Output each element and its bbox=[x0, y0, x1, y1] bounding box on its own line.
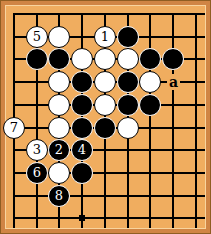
white-stone bbox=[48, 26, 70, 48]
black-stone bbox=[117, 71, 139, 93]
black-stone bbox=[71, 117, 93, 139]
black-stone bbox=[117, 26, 139, 48]
black-stone bbox=[71, 162, 93, 184]
move-number: 5 bbox=[27, 27, 47, 47]
black-stone bbox=[48, 48, 70, 70]
white-stone: 5 bbox=[26, 26, 48, 48]
white-stone: 7 bbox=[3, 117, 25, 139]
white-stone: 1 bbox=[94, 26, 116, 48]
move-number: 8 bbox=[49, 186, 69, 206]
black-stone: 2 bbox=[48, 139, 70, 161]
black-stone bbox=[117, 94, 139, 116]
black-stone: 8 bbox=[48, 185, 70, 207]
white-stone bbox=[94, 94, 116, 116]
white-stone bbox=[117, 48, 139, 70]
black-stone bbox=[162, 48, 184, 70]
move-number: 1 bbox=[95, 27, 115, 47]
grid-line-horizontal bbox=[13, 195, 205, 197]
white-stone: 3 bbox=[26, 139, 48, 161]
white-stone bbox=[48, 71, 70, 93]
grid-line-horizontal bbox=[13, 13, 205, 15]
move-number: 7 bbox=[4, 118, 24, 138]
point-label-a: a bbox=[167, 74, 180, 90]
white-stone bbox=[94, 71, 116, 93]
move-number: 4 bbox=[72, 140, 92, 160]
black-stone bbox=[139, 94, 161, 116]
black-stone: 6 bbox=[26, 162, 48, 184]
white-stone bbox=[48, 94, 70, 116]
white-stone bbox=[117, 117, 139, 139]
black-stone: 4 bbox=[71, 139, 93, 161]
star-point bbox=[79, 215, 85, 221]
move-number: 6 bbox=[27, 163, 47, 183]
black-stone bbox=[26, 48, 48, 70]
grid-line-horizontal bbox=[13, 217, 205, 219]
move-number: 3 bbox=[27, 140, 47, 160]
black-stone bbox=[71, 71, 93, 93]
white-stone bbox=[139, 71, 161, 93]
white-stone bbox=[48, 117, 70, 139]
white-stone bbox=[94, 48, 116, 70]
move-number: 2 bbox=[49, 140, 69, 160]
black-stone bbox=[71, 94, 93, 116]
go-board-diagram: 51732468a bbox=[0, 0, 211, 234]
white-stone bbox=[71, 48, 93, 70]
black-stone bbox=[94, 117, 116, 139]
white-stone bbox=[48, 162, 70, 184]
black-stone bbox=[139, 48, 161, 70]
